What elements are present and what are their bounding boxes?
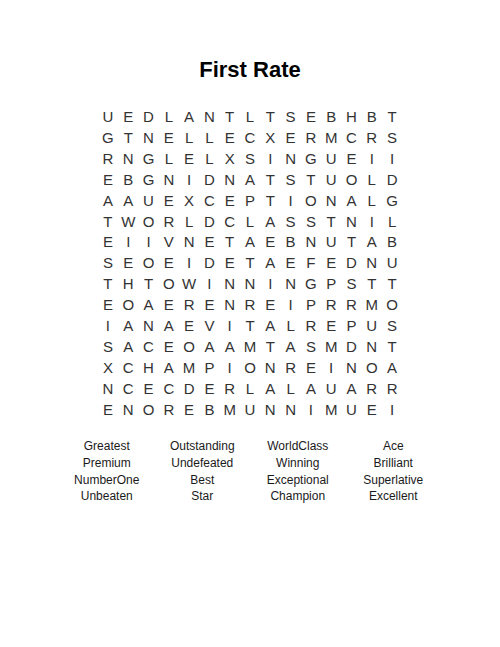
grid-cell-r8c8[interactable]: T [240,252,260,273]
word-list-item: Brilliant [346,455,442,472]
grid-cell-r4c11[interactable]: T [301,169,321,190]
grid-cell-r9c9[interactable]: I [260,273,280,294]
grid-cell-r7c8[interactable]: A [240,232,260,253]
grid-cell-r5c6[interactable]: C [199,190,219,211]
grid-cell-r6c15[interactable]: L [382,211,402,232]
grid-cell-r14c11[interactable]: A [301,378,321,399]
grid-cell-r12c7[interactable]: A [220,336,240,357]
grid-cell-r13c5[interactable]: M [179,357,199,378]
grid-cell-r12c9[interactable]: T [260,336,280,357]
grid-cell-r14c6[interactable]: E [199,378,219,399]
grid-cell-r6c9[interactable]: A [260,211,280,232]
grid-cell-r6c4[interactable]: R [159,211,179,232]
grid-cell-r13c2[interactable]: C [118,357,138,378]
grid-cell-r4c5[interactable]: I [179,169,199,190]
grid-cell-r3c14[interactable]: I [362,148,382,169]
grid-cell-r15c8[interactable]: U [240,399,260,420]
grid-cell-r1c5[interactable]: A [179,106,199,127]
grid-cell-r4c4[interactable]: N [159,169,179,190]
grid-cell-r6c2[interactable]: W [118,211,138,232]
grid-cell-r11c6[interactable]: V [199,315,219,336]
grid-cell-r6c13[interactable]: N [341,211,361,232]
grid-cell-r8c3[interactable]: O [138,252,158,273]
grid-cell-r12c6[interactable]: A [199,336,219,357]
grid-cell-r10c3[interactable]: A [138,294,158,315]
grid-cell-r1c13[interactable]: H [341,106,361,127]
grid-cell-r5c13[interactable]: A [341,190,361,211]
grid-cell-r2c1[interactable]: G [98,127,118,148]
grid-cell-r1c6[interactable]: N [199,106,219,127]
grid-cell-r9c11[interactable]: G [301,273,321,294]
grid-cell-r6c12[interactable]: T [321,211,341,232]
grid-cell-r4c6[interactable]: D [199,169,219,190]
grid-cell-r9c15[interactable]: T [382,273,402,294]
grid-cell-r14c5[interactable]: D [179,378,199,399]
grid-cell-r5c8[interactable]: P [240,190,260,211]
grid-cell-r4c15[interactable]: D [382,169,402,190]
grid-cell-r1c12[interactable]: B [321,106,341,127]
grid-cell-r11c15[interactable]: S [382,315,402,336]
grid-cell-r8c13[interactable]: D [341,252,361,273]
grid-cell-r7c5[interactable]: N [179,232,199,253]
grid-cell-r2c4[interactable]: E [159,127,179,148]
grid-cell-r5c5[interactable]: X [179,190,199,211]
word-search-page: First Rate UEDLANTLTSEBHBTGTNELLECXERMCR… [0,0,500,647]
grid-cell-r14c14[interactable]: R [362,378,382,399]
word-list-item: NumberOne [59,471,155,488]
grid-cell-r5c7[interactable]: E [220,190,240,211]
grid-cell-r12c13[interactable]: D [341,336,361,357]
grid-cell-r3c13[interactable]: E [341,148,361,169]
grid-cell-r8c11[interactable]: F [301,252,321,273]
grid-cell-r14c13[interactable]: A [341,378,361,399]
grid-cell-r9c5[interactable]: W [179,273,199,294]
grid-cell-r5c3[interactable]: U [138,190,158,211]
grid-cell-r3c7[interactable]: X [220,148,240,169]
grid-cell-r12c12[interactable]: M [321,336,341,357]
grid-cell-r11c7[interactable]: I [220,315,240,336]
grid-cell-r5c14[interactable]: L [362,190,382,211]
grid-cell-r1c11[interactable]: E [301,106,321,127]
grid-cell-r14c10[interactable]: L [280,378,300,399]
grid-cell-r7c1[interactable]: E [98,232,118,253]
grid-cell-r7c9[interactable]: E [260,232,280,253]
grid-cell-r2c3[interactable]: N [138,127,158,148]
grid-cell-r4c12[interactable]: U [321,169,341,190]
grid-cell-r13c4[interactable]: A [159,357,179,378]
grid-cell-r7c2[interactable]: I [118,232,138,253]
grid-cell-r7c7[interactable]: T [220,232,240,253]
grid-cell-r9c6[interactable]: I [199,273,219,294]
grid-cell-r9c3[interactable]: T [138,273,158,294]
grid-cell-r3c2[interactable]: N [118,148,138,169]
grid-cell-r10c5[interactable]: R [179,294,199,315]
grid-cell-r7c11[interactable]: N [301,232,321,253]
grid-cell-r9c4[interactable]: O [159,273,179,294]
grid-cell-r10c1[interactable]: E [98,294,118,315]
grid-cell-r7c15[interactable]: B [382,232,402,253]
grid-cell-r3c5[interactable]: E [179,148,199,169]
grid-cell-r7c3[interactable]: I [138,232,158,253]
grid-cell-r3c6[interactable]: L [199,148,219,169]
grid-cell-r2c13[interactable]: C [341,127,361,148]
grid-cell-r1c7[interactable]: T [220,106,240,127]
grid-cell-r10c15[interactable]: O [382,294,402,315]
grid-cell-r8c7[interactable]: E [220,252,240,273]
grid-cell-r6c14[interactable]: I [362,211,382,232]
grid-cell-r9c8[interactable]: N [240,273,260,294]
grid-cell-r12c15[interactable]: T [382,336,402,357]
grid-cell-r3c10[interactable]: N [280,148,300,169]
grid-cell-r9c12[interactable]: P [321,273,341,294]
grid-cell-r11c14[interactable]: U [362,315,382,336]
grid-cell-r10c7[interactable]: N [220,294,240,315]
grid-cell-r12c1[interactable]: S [98,336,118,357]
grid-cell-r15c10[interactable]: N [280,399,300,420]
grid-cell-r3c9[interactable]: I [260,148,280,169]
grid-cell-r15c13[interactable]: U [341,399,361,420]
grid-cell-r14c8[interactable]: L [240,378,260,399]
grid-cell-r3c8[interactable]: S [240,148,260,169]
grid-cell-r2c5[interactable]: L [179,127,199,148]
grid-cell-r15c3[interactable]: O [138,399,158,420]
word-list-item: Undefeated [155,455,251,472]
letter-grid: UEDLANTLTSEBHBTGTNELLECXERMCRSRNGLELXSIN… [98,106,402,420]
grid-cell-r6c6[interactable]: D [199,211,219,232]
grid-cell-r12c11[interactable]: S [301,336,321,357]
grid-cell-r11c1[interactable]: I [98,315,118,336]
grid-cell-r3c15[interactable]: I [382,148,402,169]
word-list-item: Excellent [346,488,442,505]
grid-cell-r4c3[interactable]: G [138,169,158,190]
grid-cell-r13c15[interactable]: A [382,357,402,378]
grid-cell-r12c4[interactable]: E [159,336,179,357]
grid-cell-r12c3[interactable]: C [138,336,158,357]
word-list: GreatestOutstandingWorldClassAcePremiumU… [59,438,441,505]
grid-cell-r3c4[interactable]: L [159,148,179,169]
grid-cell-r6c10[interactable]: S [280,211,300,232]
word-list-item: Ace [346,438,442,455]
grid-cell-r7c4[interactable]: V [159,232,179,253]
grid-cell-r8c1[interactable]: S [98,252,118,273]
grid-cell-r11c2[interactable]: A [118,315,138,336]
grid-cell-r10c6[interactable]: E [199,294,219,315]
grid-cell-r5c1[interactable]: A [98,190,118,211]
grid-cell-r12c2[interactable]: A [118,336,138,357]
grid-cell-r6c1[interactable]: T [98,211,118,232]
grid-cell-r8c14[interactable]: N [362,252,382,273]
grid-cell-r5c4[interactable]: E [159,190,179,211]
grid-cell-r1c14[interactable]: B [362,106,382,127]
grid-cell-r10c12[interactable]: R [321,294,341,315]
grid-cell-r2c12[interactable]: M [321,127,341,148]
grid-cell-r4c14[interactable]: L [362,169,382,190]
grid-cell-r5c12[interactable]: N [321,190,341,211]
grid-cell-r14c3[interactable]: E [138,378,158,399]
grid-cell-r13c3[interactable]: H [138,357,158,378]
grid-cell-r14c4[interactable]: C [159,378,179,399]
grid-cell-r9c2[interactable]: H [118,273,138,294]
grid-cell-r13c12[interactable]: I [321,357,341,378]
grid-cell-r13c9[interactable]: N [260,357,280,378]
grid-cell-r7c10[interactable]: B [280,232,300,253]
grid-cell-r10c10[interactable]: I [280,294,300,315]
grid-cell-r4c8[interactable]: A [240,169,260,190]
grid-cell-r7c13[interactable]: T [341,232,361,253]
grid-cell-r3c3[interactable]: G [138,148,158,169]
grid-cell-r14c1[interactable]: N [98,378,118,399]
grid-cell-r10c8[interactable]: R [240,294,260,315]
grid-cell-r9c14[interactable]: T [362,273,382,294]
word-list-item: Greatest [59,438,155,455]
grid-cell-r2c6[interactable]: L [199,127,219,148]
grid-cell-r10c9[interactable]: E [260,294,280,315]
grid-cell-r12c8[interactable]: M [240,336,260,357]
grid-cell-r15c15[interactable]: I [382,399,402,420]
grid-cell-r5c15[interactable]: G [382,190,402,211]
grid-cell-r13c6[interactable]: P [199,357,219,378]
grid-cell-r15c1[interactable]: E [98,399,118,420]
grid-cell-r2c7[interactable]: E [220,127,240,148]
grid-cell-r11c5[interactable]: E [179,315,199,336]
grid-cell-r8c4[interactable]: E [159,252,179,273]
grid-cell-r8c12[interactable]: E [321,252,341,273]
grid-cell-r4c13[interactable]: O [341,169,361,190]
grid-cell-r15c5[interactable]: E [179,399,199,420]
grid-cell-r4c1[interactable]: E [98,169,118,190]
grid-cell-r15c4[interactable]: R [159,399,179,420]
grid-cell-r8c9[interactable]: A [260,252,280,273]
grid-cell-r11c10[interactable]: L [280,315,300,336]
grid-cell-r8c15[interactable]: U [382,252,402,273]
grid-cell-r13c11[interactable]: E [301,357,321,378]
grid-cell-r1c1[interactable]: U [98,106,118,127]
grid-cell-r15c2[interactable]: N [118,399,138,420]
grid-cell-r14c12[interactable]: U [321,378,341,399]
grid-cell-r12c14[interactable]: N [362,336,382,357]
grid-cell-r6c8[interactable]: L [240,211,260,232]
grid-cell-r15c12[interactable]: M [321,399,341,420]
grid-cell-r7c14[interactable]: A [362,232,382,253]
grid-cell-r8c10[interactable]: E [280,252,300,273]
word-list-item: Star [155,488,251,505]
word-list-item: Best [155,471,251,488]
grid-cell-r6c5[interactable]: L [179,211,199,232]
grid-cell-r4c9[interactable]: T [260,169,280,190]
grid-cell-r2c10[interactable]: E [280,127,300,148]
word-list-item: Superlative [346,471,442,488]
grid-cell-r2c14[interactable]: R [362,127,382,148]
grid-cell-r5c2[interactable]: A [118,190,138,211]
word-list-item: Winning [250,455,346,472]
grid-cell-r4c7[interactable]: N [220,169,240,190]
grid-cell-r10c2[interactable]: O [118,294,138,315]
grid-cell-r11c12[interactable]: E [321,315,341,336]
grid-cell-r2c8[interactable]: C [240,127,260,148]
grid-cell-r9c7[interactable]: N [220,273,240,294]
grid-cell-r11c11[interactable]: R [301,315,321,336]
grid-cell-r15c11[interactable]: I [301,399,321,420]
grid-cell-r5c9[interactable]: T [260,190,280,211]
grid-cell-r13c8[interactable]: O [240,357,260,378]
grid-cell-r12c10[interactable]: A [280,336,300,357]
grid-cell-r14c7[interactable]: R [220,378,240,399]
grid-cell-r7c6[interactable]: E [199,232,219,253]
grid-cell-r6c7[interactable]: C [220,211,240,232]
grid-cell-r15c7[interactable]: M [220,399,240,420]
grid-cell-r3c11[interactable]: G [301,148,321,169]
grid-cell-r10c4[interactable]: E [159,294,179,315]
grid-cell-r5c10[interactable]: I [280,190,300,211]
word-list-item: Outstanding [155,438,251,455]
word-list-item: Unbeaten [59,488,155,505]
grid-cell-r9c10[interactable]: N [280,273,300,294]
puzzle-title: First Rate [0,58,500,82]
grid-cell-r2c15[interactable]: S [382,127,402,148]
grid-cell-r1c3[interactable]: D [138,106,158,127]
grid-cell-r5c11[interactable]: O [301,190,321,211]
grid-cell-r1c15[interactable]: T [382,106,402,127]
word-list-item: Exceptional [250,471,346,488]
grid-cell-r8c6[interactable]: D [199,252,219,273]
grid-cell-r14c15[interactable]: R [382,378,402,399]
grid-cell-r2c2[interactable]: T [118,127,138,148]
grid-cell-r14c9[interactable]: A [260,378,280,399]
grid-cell-r8c2[interactable]: E [118,252,138,273]
grid-cell-r10c11[interactable]: P [301,294,321,315]
grid-cell-r13c13[interactable]: N [341,357,361,378]
grid-cell-r7c12[interactable]: U [321,232,341,253]
grid-cell-r3c12[interactable]: U [321,148,341,169]
grid-cell-r6c3[interactable]: O [138,211,158,232]
grid-cell-r2c9[interactable]: X [260,127,280,148]
grid-cell-r12c5[interactable]: O [179,336,199,357]
grid-cell-r1c4[interactable]: L [159,106,179,127]
grid-cell-r15c14[interactable]: E [362,399,382,420]
grid-cell-r11c3[interactable]: N [138,315,158,336]
grid-cell-r6c11[interactable]: S [301,211,321,232]
grid-cell-r10c14[interactable]: M [362,294,382,315]
grid-cell-r11c13[interactable]: P [341,315,361,336]
grid-cell-r4c10[interactable]: S [280,169,300,190]
word-list-item: WorldClass [250,438,346,455]
grid-cell-r1c2[interactable]: E [118,106,138,127]
grid-cell-r11c4[interactable]: A [159,315,179,336]
grid-cell-r15c9[interactable]: N [260,399,280,420]
grid-cell-r2c11[interactable]: R [301,127,321,148]
grid-cell-r3c1[interactable]: R [98,148,118,169]
grid-cell-r1c10[interactable]: S [280,106,300,127]
word-list-item: Champion [250,488,346,505]
grid-cell-r13c1[interactable]: X [98,357,118,378]
word-list-item: Premium [59,455,155,472]
grid-cell-r10c13[interactable]: R [341,294,361,315]
grid-cell-r15c6[interactable]: B [199,399,219,420]
grid-cell-r14c2[interactable]: C [118,378,138,399]
grid-cell-r13c7[interactable]: I [220,357,240,378]
grid-cell-r13c10[interactable]: R [280,357,300,378]
grid-cell-r11c8[interactable]: T [240,315,260,336]
grid-cell-r9c13[interactable]: S [341,273,361,294]
grid-cell-r4c2[interactable]: B [118,169,138,190]
grid-cell-r11c9[interactable]: A [260,315,280,336]
grid-cell-r1c9[interactable]: T [260,106,280,127]
grid-cell-r13c14[interactable]: O [362,357,382,378]
grid-cell-r1c8[interactable]: L [240,106,260,127]
grid-cell-r9c1[interactable]: T [98,273,118,294]
grid-cell-r8c5[interactable]: I [179,252,199,273]
